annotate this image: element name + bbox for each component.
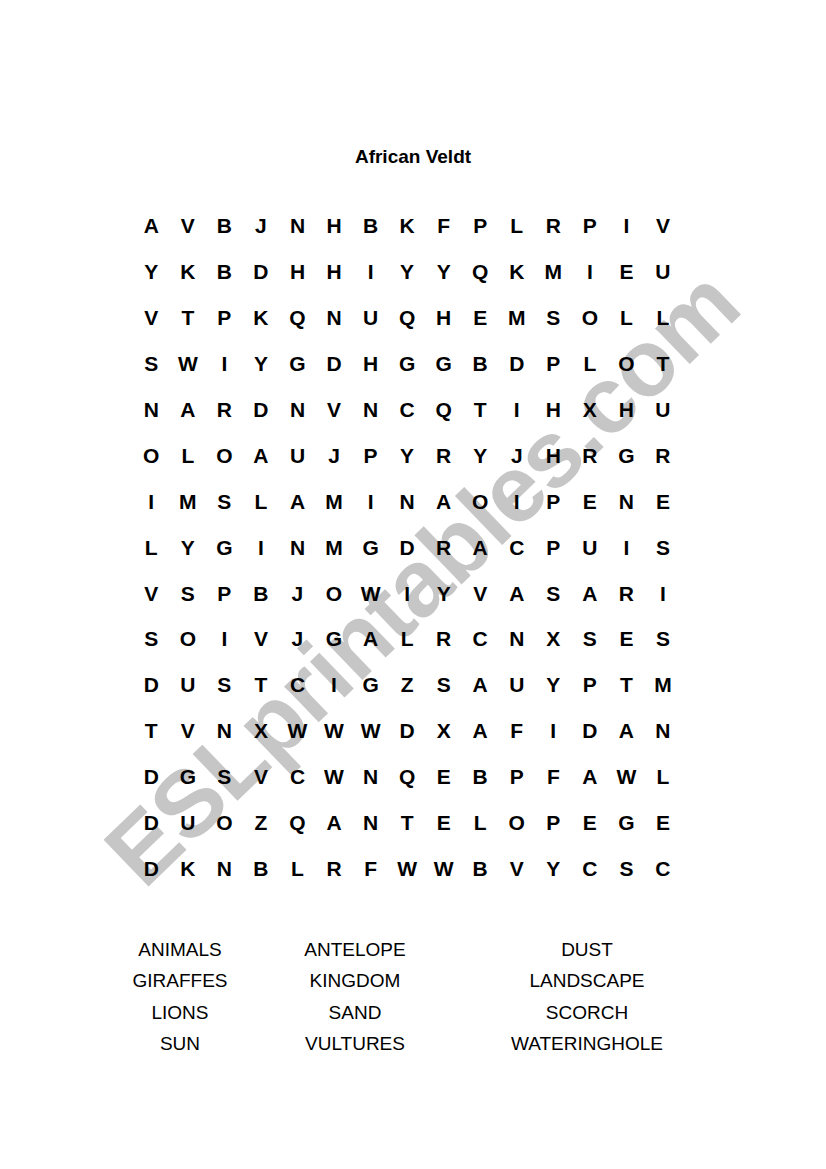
- grid-cell-r1c4: J: [243, 203, 280, 249]
- grid-cell-r5c14: H: [608, 387, 645, 433]
- grid-cell-r1c6: H: [316, 203, 353, 249]
- grid-cell-r10c7: A: [352, 616, 389, 662]
- grid-cell-r14c1: D: [133, 800, 170, 846]
- grid-cell-r8c14: I: [608, 524, 645, 570]
- grid-cell-r5c8: C: [389, 387, 426, 433]
- grid-cell-r12c15: N: [645, 708, 682, 754]
- grid-cell-r5c13: X: [572, 387, 609, 433]
- grid-cell-r1c13: P: [572, 203, 609, 249]
- word-list-item: WATERINGHOLE: [427, 1028, 747, 1059]
- grid-cell-r7c5: A: [279, 478, 316, 524]
- grid-cell-r8c4: I: [243, 524, 280, 570]
- grid-cell-r9c2: S: [170, 570, 207, 616]
- grid-cell-r4c8: G: [389, 341, 426, 387]
- grid-cell-r4c13: L: [572, 341, 609, 387]
- grid-cell-r8c6: M: [316, 524, 353, 570]
- grid-cell-r15c4: B: [243, 845, 280, 891]
- grid-cell-r13c1: D: [133, 754, 170, 800]
- grid-cell-r7c3: S: [206, 478, 243, 524]
- grid-cell-r4c3: I: [206, 341, 243, 387]
- grid-cell-r3c11: M: [498, 295, 535, 341]
- grid-cell-r7c4: L: [243, 478, 280, 524]
- grid-cell-r14c3: O: [206, 800, 243, 846]
- grid-cell-r14c11: O: [498, 800, 535, 846]
- grid-cell-r9c6: O: [316, 570, 353, 616]
- grid-cell-r3c8: Q: [389, 295, 426, 341]
- grid-cell-r6c2: L: [170, 432, 207, 478]
- grid-cell-r11c12: Y: [535, 662, 572, 708]
- grid-cell-r11c2: U: [170, 662, 207, 708]
- grid-cell-r6c13: R: [572, 432, 609, 478]
- grid-cell-r2c7: I: [352, 249, 389, 295]
- grid-cell-r10c4: V: [243, 616, 280, 662]
- grid-cell-r9c11: A: [498, 570, 535, 616]
- grid-cell-r11c8: Z: [389, 662, 426, 708]
- grid-cell-r5c5: N: [279, 387, 316, 433]
- grid-cell-r15c14: S: [608, 845, 645, 891]
- grid-cell-r10c10: C: [462, 616, 499, 662]
- grid-cell-r1c2: V: [170, 203, 207, 249]
- grid-cell-r2c3: B: [206, 249, 243, 295]
- grid-cell-r2c4: D: [243, 249, 280, 295]
- worksheet-page: ESLprintables.com African Veldt AVBJNHBK…: [0, 0, 826, 1169]
- grid-cell-r13c13: A: [572, 754, 609, 800]
- grid-cell-r8c3: G: [206, 524, 243, 570]
- grid-cell-r13c8: Q: [389, 754, 426, 800]
- grid-cell-r7c10: O: [462, 478, 499, 524]
- grid-cell-r7c1: I: [133, 478, 170, 524]
- grid-cell-r5c9: Q: [425, 387, 462, 433]
- grid-cell-r9c12: S: [535, 570, 572, 616]
- grid-cell-r9c4: B: [243, 570, 280, 616]
- grid-cell-r5c10: T: [462, 387, 499, 433]
- grid-cell-r3c1: V: [133, 295, 170, 341]
- grid-cell-r6c7: P: [352, 432, 389, 478]
- grid-cell-r8c15: S: [645, 524, 682, 570]
- grid-cell-r14c2: U: [170, 800, 207, 846]
- puzzle-title: African Veldt: [0, 146, 826, 168]
- grid-cell-r4c2: W: [170, 341, 207, 387]
- grid-cell-r15c5: L: [279, 845, 316, 891]
- grid-cell-r9c1: V: [133, 570, 170, 616]
- grid-cell-r12c2: V: [170, 708, 207, 754]
- grid-cell-r11c11: U: [498, 662, 535, 708]
- grid-cell-r13c10: B: [462, 754, 499, 800]
- grid-cell-r4c15: T: [645, 341, 682, 387]
- grid-cell-r6c12: H: [535, 432, 572, 478]
- grid-cell-r14c7: N: [352, 800, 389, 846]
- word-list-item: SCORCH: [427, 997, 747, 1028]
- grid-cell-r13c9: E: [425, 754, 462, 800]
- grid-cell-r10c13: S: [572, 616, 609, 662]
- grid-cell-r11c15: M: [645, 662, 682, 708]
- grid-cell-r1c14: I: [608, 203, 645, 249]
- grid-cell-r7c14: N: [608, 478, 645, 524]
- grid-cell-r4c9: G: [425, 341, 462, 387]
- grid-cell-r3c4: K: [243, 295, 280, 341]
- grid-cell-r5c11: I: [498, 387, 535, 433]
- grid-cell-r4c11: D: [498, 341, 535, 387]
- grid-cell-r1c12: R: [535, 203, 572, 249]
- grid-cell-r10c5: J: [279, 616, 316, 662]
- grid-cell-r6c1: O: [133, 432, 170, 478]
- grid-cell-r2c9: Y: [425, 249, 462, 295]
- grid-cell-r4c5: G: [279, 341, 316, 387]
- grid-cell-r2c2: K: [170, 249, 207, 295]
- grid-cell-r6c11: J: [498, 432, 535, 478]
- grid-cell-r6c8: Y: [389, 432, 426, 478]
- grid-cell-r12c5: W: [279, 708, 316, 754]
- grid-cell-r15c1: D: [133, 845, 170, 891]
- grid-cell-r9c5: J: [279, 570, 316, 616]
- grid-cell-r9c9: Y: [425, 570, 462, 616]
- grid-cell-r4c10: B: [462, 341, 499, 387]
- grid-cell-r6c9: R: [425, 432, 462, 478]
- grid-cell-r12c3: N: [206, 708, 243, 754]
- grid-cell-r1c7: B: [352, 203, 389, 249]
- grid-cell-r8c10: A: [462, 524, 499, 570]
- grid-cell-r3c7: U: [352, 295, 389, 341]
- grid-cell-r10c12: X: [535, 616, 572, 662]
- grid-cell-r10c9: R: [425, 616, 462, 662]
- grid-cell-r13c12: F: [535, 754, 572, 800]
- grid-cell-r7c12: P: [535, 478, 572, 524]
- grid-cell-r1c10: P: [462, 203, 499, 249]
- grid-cell-r9c14: R: [608, 570, 645, 616]
- grid-cell-r2c11: K: [498, 249, 535, 295]
- grid-cell-r6c5: U: [279, 432, 316, 478]
- grid-cell-r5c1: N: [133, 387, 170, 433]
- grid-cell-r8c1: L: [133, 524, 170, 570]
- grid-cell-r15c10: B: [462, 845, 499, 891]
- grid-cell-r9c3: P: [206, 570, 243, 616]
- grid-cell-r15c13: C: [572, 845, 609, 891]
- grid-cell-r13c7: N: [352, 754, 389, 800]
- grid-cell-r8c5: N: [279, 524, 316, 570]
- grid-cell-r1c3: B: [206, 203, 243, 249]
- grid-cell-r11c7: G: [352, 662, 389, 708]
- grid-cell-r11c13: P: [572, 662, 609, 708]
- grid-cell-r12c1: T: [133, 708, 170, 754]
- grid-cell-r6c4: A: [243, 432, 280, 478]
- grid-cell-r5c12: H: [535, 387, 572, 433]
- grid-cell-r3c10: E: [462, 295, 499, 341]
- grid-cell-r14c12: P: [535, 800, 572, 846]
- grid-cell-r2c8: Y: [389, 249, 426, 295]
- grid-cell-r10c3: I: [206, 616, 243, 662]
- grid-cell-r5c15: U: [645, 387, 682, 433]
- grid-cell-r3c2: T: [170, 295, 207, 341]
- grid-cell-r6c10: Y: [462, 432, 499, 478]
- grid-cell-r1c11: L: [498, 203, 535, 249]
- grid-cell-r10c6: G: [316, 616, 353, 662]
- grid-cell-r11c14: T: [608, 662, 645, 708]
- grid-cell-r9c15: I: [645, 570, 682, 616]
- grid-cell-r11c3: S: [206, 662, 243, 708]
- grid-cell-r8c12: P: [535, 524, 572, 570]
- grid-cell-r12c14: A: [608, 708, 645, 754]
- grid-cell-r11c10: A: [462, 662, 499, 708]
- grid-cell-r1c5: N: [279, 203, 316, 249]
- grid-cell-r12c9: X: [425, 708, 462, 754]
- grid-cell-r1c1: A: [133, 203, 170, 249]
- grid-cell-r3c6: N: [316, 295, 353, 341]
- grid-cell-r2c14: E: [608, 249, 645, 295]
- grid-cell-r11c9: S: [425, 662, 462, 708]
- grid-cell-r13c14: W: [608, 754, 645, 800]
- grid-cell-r8c7: G: [352, 524, 389, 570]
- grid-cell-r15c7: F: [352, 845, 389, 891]
- grid-cell-r6c15: R: [645, 432, 682, 478]
- grid-cell-r1c9: F: [425, 203, 462, 249]
- grid-cell-r12c4: X: [243, 708, 280, 754]
- grid-cell-r7c15: E: [645, 478, 682, 524]
- grid-cell-r14c14: G: [608, 800, 645, 846]
- grid-cell-r3c12: S: [535, 295, 572, 341]
- grid-cell-r12c11: F: [498, 708, 535, 754]
- grid-cell-r2c15: U: [645, 249, 682, 295]
- grid-cell-r10c14: E: [608, 616, 645, 662]
- grid-cell-r3c9: H: [425, 295, 462, 341]
- grid-cell-r13c4: V: [243, 754, 280, 800]
- grid-cell-r15c11: V: [498, 845, 535, 891]
- grid-cell-r2c6: H: [316, 249, 353, 295]
- grid-cell-r15c3: N: [206, 845, 243, 891]
- grid-cell-r14c10: L: [462, 800, 499, 846]
- grid-cell-r12c12: I: [535, 708, 572, 754]
- word-list: ANIMALSGIRAFFESLIONSSUNANTELOPEKINGDOMSA…: [0, 934, 826, 1064]
- grid-cell-r11c4: T: [243, 662, 280, 708]
- grid-cell-r13c11: P: [498, 754, 535, 800]
- grid-cell-r5c7: N: [352, 387, 389, 433]
- grid-cell-r13c6: W: [316, 754, 353, 800]
- grid-cell-r13c5: C: [279, 754, 316, 800]
- grid-cell-r3c15: L: [645, 295, 682, 341]
- grid-cell-r8c8: D: [389, 524, 426, 570]
- grid-cell-r14c13: E: [572, 800, 609, 846]
- grid-cell-r8c11: C: [498, 524, 535, 570]
- grid-cell-r5c6: V: [316, 387, 353, 433]
- grid-cell-r1c15: V: [645, 203, 682, 249]
- grid-cell-r12c6: W: [316, 708, 353, 754]
- grid-cell-r2c13: I: [572, 249, 609, 295]
- grid-cell-r10c8: L: [389, 616, 426, 662]
- word-list-item: DUST: [427, 934, 747, 965]
- grid-cell-r13c15: L: [645, 754, 682, 800]
- grid-cell-r13c3: S: [206, 754, 243, 800]
- grid-cell-r12c13: D: [572, 708, 609, 754]
- grid-cell-r8c9: R: [425, 524, 462, 570]
- grid-cell-r11c5: C: [279, 662, 316, 708]
- grid-cell-r2c5: H: [279, 249, 316, 295]
- grid-cell-r15c8: W: [389, 845, 426, 891]
- grid-cell-r7c8: N: [389, 478, 426, 524]
- grid-cell-r15c15: C: [645, 845, 682, 891]
- grid-cell-r4c6: D: [316, 341, 353, 387]
- grid-cell-r12c7: W: [352, 708, 389, 754]
- grid-cell-r9c8: I: [389, 570, 426, 616]
- grid-cell-r6c3: O: [206, 432, 243, 478]
- grid-cell-r12c8: D: [389, 708, 426, 754]
- grid-cell-r5c2: A: [170, 387, 207, 433]
- grid-cell-r6c14: G: [608, 432, 645, 478]
- grid-cell-r11c6: I: [316, 662, 353, 708]
- grid-cell-r12c10: A: [462, 708, 499, 754]
- grid-cell-r4c7: H: [352, 341, 389, 387]
- grid-cell-r4c14: O: [608, 341, 645, 387]
- grid-cell-r7c2: M: [170, 478, 207, 524]
- grid-cell-r6c6: J: [316, 432, 353, 478]
- grid-cell-r14c9: E: [425, 800, 462, 846]
- grid-cell-r14c6: A: [316, 800, 353, 846]
- grid-cell-r3c13: O: [572, 295, 609, 341]
- grid-cell-r7c9: A: [425, 478, 462, 524]
- grid-cell-r3c5: Q: [279, 295, 316, 341]
- grid-cell-r4c1: S: [133, 341, 170, 387]
- grid-cell-r9c7: W: [352, 570, 389, 616]
- grid-cell-r15c12: Y: [535, 845, 572, 891]
- grid-cell-r14c8: T: [389, 800, 426, 846]
- grid-cell-r9c13: A: [572, 570, 609, 616]
- grid-cell-r7c7: I: [352, 478, 389, 524]
- grid-cell-r1c8: K: [389, 203, 426, 249]
- grid-cell-r10c15: S: [645, 616, 682, 662]
- grid-cell-r15c9: W: [425, 845, 462, 891]
- grid-cell-r8c2: Y: [170, 524, 207, 570]
- grid-cell-r3c3: P: [206, 295, 243, 341]
- word-list-item: LANDSCAPE: [427, 965, 747, 996]
- word-search-grid: AVBJNHBKFPLRPIVYKBDHHIYYQKMIEUVTPKQNUQHE…: [133, 203, 681, 891]
- grid-cell-r7c6: M: [316, 478, 353, 524]
- grid-cell-r15c2: K: [170, 845, 207, 891]
- grid-cell-r10c2: O: [170, 616, 207, 662]
- grid-cell-r5c3: R: [206, 387, 243, 433]
- grid-cell-r7c11: I: [498, 478, 535, 524]
- grid-cell-r2c12: M: [535, 249, 572, 295]
- grid-cell-r14c5: Q: [279, 800, 316, 846]
- grid-cell-r4c12: P: [535, 341, 572, 387]
- grid-cell-r5c4: D: [243, 387, 280, 433]
- grid-cell-r7c13: E: [572, 478, 609, 524]
- grid-cell-r2c10: Q: [462, 249, 499, 295]
- word-list-column-3: DUSTLANDSCAPESCORCHWATERINGHOLE: [427, 934, 747, 1060]
- grid-cell-r2c1: Y: [133, 249, 170, 295]
- grid-cell-r13c2: G: [170, 754, 207, 800]
- grid-cell-r14c4: Z: [243, 800, 280, 846]
- grid-cell-r11c1: D: [133, 662, 170, 708]
- grid-cell-r8c13: U: [572, 524, 609, 570]
- grid-cell-r3c14: L: [608, 295, 645, 341]
- grid-cell-r10c11: N: [498, 616, 535, 662]
- grid-cell-r10c1: S: [133, 616, 170, 662]
- grid-cell-r4c4: Y: [243, 341, 280, 387]
- grid-cell-r14c15: E: [645, 800, 682, 846]
- grid-cell-r15c6: R: [316, 845, 353, 891]
- grid-cell-r9c10: V: [462, 570, 499, 616]
